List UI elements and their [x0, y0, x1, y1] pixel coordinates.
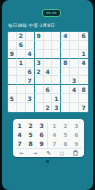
- cell-r1c1[interactable]: [8, 32, 17, 41]
- cell-r8c1[interactable]: 5: [8, 94, 17, 103]
- cell-r6c8[interactable]: 3: [70, 76, 79, 85]
- cell-r2c3[interactable]: [26, 41, 35, 50]
- number-pad-notes: 123456789: [48, 120, 82, 148]
- cell-r2c1[interactable]: [8, 41, 17, 50]
- number-pad-normal: 123456789: [13, 120, 47, 148]
- note-key-4[interactable]: 4: [49, 130, 60, 139]
- cell-r5c2[interactable]: [17, 68, 26, 77]
- page-title: 每日挑战·中等·2月8日: [8, 23, 55, 28]
- note-key-1[interactable]: 1: [49, 121, 60, 130]
- cell-r1c6[interactable]: [52, 32, 61, 41]
- cell-r5c6[interactable]: [52, 68, 61, 77]
- note-key-3[interactable]: 3: [71, 121, 82, 130]
- cell-r6c4[interactable]: [35, 76, 44, 85]
- cell-r7c2[interactable]: [17, 85, 26, 94]
- cell-r1c4[interactable]: 9: [35, 32, 44, 41]
- cell-r8c4[interactable]: [35, 94, 44, 103]
- cell-r4c5[interactable]: [44, 59, 53, 68]
- cell-r1c2[interactable]: 2: [17, 32, 26, 41]
- trash-button[interactable]: [71, 149, 80, 157]
- cell-r9c5[interactable]: 2: [44, 103, 53, 112]
- cell-r3c3[interactable]: 4: [26, 50, 35, 59]
- cell-r4c9[interactable]: 4: [79, 59, 88, 68]
- cell-r4c8[interactable]: [70, 59, 79, 68]
- cell-r4c1[interactable]: [8, 59, 17, 68]
- cell-r7c7[interactable]: [61, 85, 70, 94]
- key-5[interactable]: 5: [25, 130, 36, 139]
- note-key-6[interactable]: 6: [71, 130, 82, 139]
- cell-r8c6[interactable]: 1: [52, 94, 61, 103]
- note-key-5[interactable]: 5: [60, 130, 71, 139]
- pencil-button[interactable]: ✎: [44, 149, 53, 157]
- key-8[interactable]: 8: [25, 139, 36, 148]
- cell-r9c1[interactable]: [8, 103, 17, 112]
- key-7[interactable]: 7: [14, 139, 25, 148]
- cell-r2c9[interactable]: [79, 41, 88, 50]
- cell-r3c7[interactable]: [61, 50, 70, 59]
- cell-r6c7[interactable]: [61, 76, 70, 85]
- note-key-2[interactable]: 2: [60, 121, 71, 130]
- phone-frame: 00:00 每日挑战·中等·2月8日 294669411384624736485…: [0, 0, 95, 190]
- trash-icon: [73, 150, 78, 156]
- cell-r7c8[interactable]: 4: [70, 85, 79, 94]
- cell-r9c9[interactable]: 7: [79, 103, 88, 112]
- cell-r5c5[interactable]: 4: [44, 68, 53, 77]
- cell-r9c4[interactable]: [35, 103, 44, 112]
- sudoku-board: 29466941138462473648531237: [7, 31, 89, 113]
- cell-r7c5[interactable]: 6: [44, 85, 53, 94]
- cell-r4c2[interactable]: 1: [17, 59, 26, 68]
- cell-r4c3[interactable]: [26, 59, 35, 68]
- cell-r3c9[interactable]: 1: [79, 50, 88, 59]
- note-key-9[interactable]: 9: [71, 139, 82, 148]
- key-1[interactable]: 1: [14, 121, 25, 130]
- cell-r8c9[interactable]: [79, 94, 88, 103]
- key-4[interactable]: 4: [14, 130, 25, 139]
- cell-r3c6[interactable]: [52, 50, 61, 59]
- cell-r2c8[interactable]: [70, 41, 79, 50]
- cell-r8c7[interactable]: [61, 94, 70, 103]
- cell-r9c8[interactable]: [70, 103, 79, 112]
- app-screen: 00:00 每日挑战·中等·2月8日 294669411384624736485…: [2, 0, 93, 190]
- cell-r7c3[interactable]: [26, 85, 35, 94]
- key-6[interactable]: 6: [36, 130, 47, 139]
- cell-r3c5[interactable]: [44, 50, 53, 59]
- cell-r5c1[interactable]: [8, 68, 17, 77]
- cell-r4c7[interactable]: 8: [61, 59, 70, 68]
- cell-r3c8[interactable]: [70, 50, 79, 59]
- cell-r9c2[interactable]: [17, 103, 26, 112]
- undo-button[interactable]: ←: [17, 149, 26, 157]
- cell-r4c4[interactable]: 3: [35, 59, 44, 68]
- cell-r3c4[interactable]: [35, 50, 44, 59]
- cell-r5c3[interactable]: 6: [26, 68, 35, 77]
- cell-r8c3[interactable]: 3: [26, 94, 35, 103]
- cell-r5c9[interactable]: [79, 68, 88, 77]
- redo-icon: →: [33, 150, 37, 156]
- undo-icon: ←: [20, 150, 24, 156]
- cell-r6c1[interactable]: [8, 76, 17, 85]
- cell-r2c4[interactable]: [35, 41, 44, 50]
- cell-r6c9[interactable]: [79, 76, 88, 85]
- eraser-button[interactable]: ○: [57, 149, 66, 157]
- cell-r9c3[interactable]: [26, 103, 35, 112]
- timer-pill[interactable]: 00:00: [42, 9, 61, 17]
- cell-r9c7[interactable]: [61, 103, 70, 112]
- cell-r3c2[interactable]: [17, 50, 26, 59]
- cell-r7c4[interactable]: [35, 85, 44, 94]
- cell-r6c5[interactable]: [44, 76, 53, 85]
- cell-r1c5[interactable]: [44, 32, 53, 41]
- cell-r7c1[interactable]: [8, 85, 17, 94]
- cell-r6c3[interactable]: 7: [26, 76, 35, 85]
- cell-r5c4[interactable]: 2: [35, 68, 44, 77]
- cell-r6c2[interactable]: [17, 76, 26, 85]
- drag-handle-dot[interactable]: [46, 160, 49, 163]
- number-pads: 123456789 123456789: [13, 120, 84, 148]
- cell-r5c8[interactable]: [70, 68, 79, 77]
- cell-r6c6[interactable]: [52, 76, 61, 85]
- cell-r4c6[interactable]: [52, 59, 61, 68]
- keypad-card: 123456789 123456789 ← → ✎ ○: [13, 119, 84, 157]
- cell-r2c6[interactable]: [52, 41, 61, 50]
- cell-r8c2[interactable]: [17, 94, 26, 103]
- redo-button[interactable]: →: [31, 149, 40, 157]
- cell-r1c9[interactable]: 6: [79, 32, 88, 41]
- key-2[interactable]: 2: [25, 121, 36, 130]
- note-key-7[interactable]: 7: [49, 139, 60, 148]
- timer-value: 00:00: [46, 12, 56, 15]
- cell-r1c8[interactable]: [70, 32, 79, 41]
- cell-r7c6[interactable]: [52, 85, 61, 94]
- pencil-icon: ✎: [46, 150, 51, 156]
- action-bar: ← → ✎ ○: [15, 149, 82, 157]
- cell-r5c7[interactable]: [61, 68, 70, 77]
- cell-r7c9[interactable]: 8: [79, 85, 88, 94]
- cell-r1c3[interactable]: [26, 32, 35, 41]
- cell-r9c6[interactable]: 3: [52, 103, 61, 112]
- cell-r8c8[interactable]: [70, 94, 79, 103]
- key-9[interactable]: 9: [36, 139, 47, 148]
- cell-r2c2[interactable]: 6: [17, 41, 26, 50]
- cell-r3c1[interactable]: 9: [8, 50, 17, 59]
- cell-r8c5[interactable]: [44, 94, 53, 103]
- cell-r2c7[interactable]: [61, 41, 70, 50]
- cell-r1c7[interactable]: 4: [61, 32, 70, 41]
- eraser-icon: ○: [60, 150, 64, 156]
- note-key-8[interactable]: 8: [60, 139, 71, 148]
- key-3[interactable]: 3: [36, 121, 47, 130]
- cell-r2c5[interactable]: [44, 41, 53, 50]
